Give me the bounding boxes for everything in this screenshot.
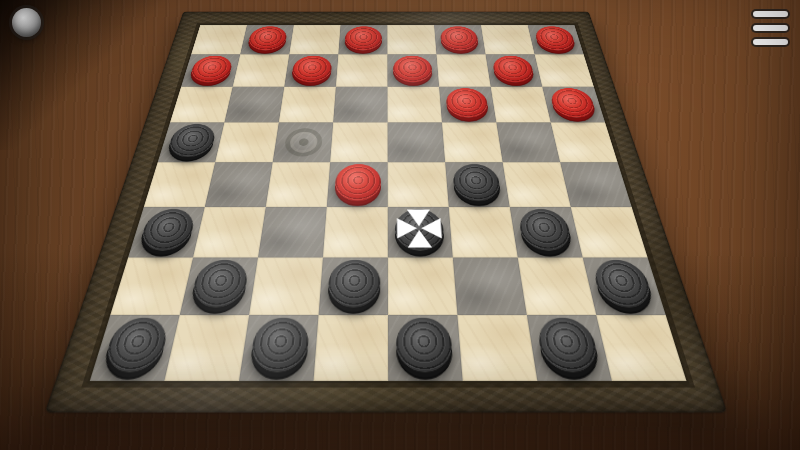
square-r2c7[interactable] (486, 54, 543, 86)
square-r3c2[interactable] (224, 87, 284, 123)
square-r3c3[interactable] (279, 87, 336, 123)
square-r2c5[interactable] (387, 54, 439, 86)
square-r8c6[interactable] (457, 315, 537, 381)
square-r1c3[interactable] (289, 25, 340, 54)
square-r7c2[interactable] (180, 257, 258, 314)
red-piece[interactable] (344, 26, 382, 50)
square-r6c1[interactable] (128, 207, 205, 257)
red-piece[interactable] (548, 88, 597, 118)
black-piece[interactable] (535, 317, 601, 371)
red-piece[interactable] (291, 55, 333, 82)
square-r1c2[interactable] (240, 25, 294, 54)
black-piece[interactable] (138, 209, 198, 251)
menu-bar-icon (751, 37, 790, 47)
square-r2c4[interactable] (336, 54, 388, 86)
square-r6c2[interactable] (193, 207, 266, 257)
square-r3c5[interactable] (387, 87, 441, 123)
square-r3c7[interactable] (491, 87, 551, 123)
square-r3c4[interactable] (333, 87, 387, 123)
board-grid (87, 24, 689, 383)
black-piece[interactable] (327, 259, 380, 306)
square-r4c5[interactable] (388, 122, 446, 162)
square-r5c4[interactable] (327, 162, 388, 207)
menu-button[interactable] (751, 9, 790, 47)
square-r5c2[interactable] (205, 162, 273, 207)
square-r4c6[interactable] (442, 122, 503, 162)
menu-bar-icon (751, 23, 790, 33)
black-piece[interactable] (591, 259, 656, 306)
square-r1c1[interactable] (191, 25, 247, 54)
black-piece[interactable] (101, 317, 171, 371)
square-r6c6[interactable] (449, 207, 518, 257)
square-r1c5[interactable] (387, 25, 436, 54)
square-r2c3[interactable] (284, 54, 338, 86)
square-r2c2[interactable] (233, 54, 290, 86)
square-r7c4[interactable] (319, 257, 388, 314)
red-piece[interactable] (491, 55, 535, 82)
red-piece[interactable] (393, 55, 433, 82)
square-r7c8[interactable] (583, 257, 666, 314)
square-r5c7[interactable] (503, 162, 571, 207)
square-r1c6[interactable] (434, 25, 485, 54)
ghost-piece-marker (283, 128, 323, 156)
square-r2c8[interactable] (535, 54, 594, 86)
red-piece[interactable] (440, 26, 480, 50)
square-r4c7[interactable] (496, 122, 560, 162)
black-piece[interactable] (166, 124, 218, 157)
square-r7c3[interactable] (249, 257, 323, 314)
square-r8c8[interactable] (596, 315, 686, 381)
red-piece[interactable] (247, 26, 289, 50)
square-r8c4[interactable] (314, 315, 389, 381)
square-r5c3[interactable] (266, 162, 330, 207)
square-r6c5[interactable] (388, 207, 453, 257)
square-r5c1[interactable] (144, 162, 215, 207)
square-r5c5[interactable] (388, 162, 449, 207)
square-r4c3[interactable] (273, 122, 334, 162)
square-r6c8[interactable] (571, 207, 648, 257)
square-r4c4[interactable] (330, 122, 388, 162)
red-piece[interactable] (445, 88, 489, 118)
square-r2c1[interactable] (181, 54, 240, 86)
red-piece[interactable] (188, 55, 234, 82)
square-r1c7[interactable] (481, 25, 535, 54)
black-piece[interactable] (396, 317, 454, 371)
square-r5c6[interactable] (445, 162, 510, 207)
square-r8c5[interactable] (388, 315, 463, 381)
square-r7c5[interactable] (388, 257, 458, 314)
square-r8c2[interactable] (164, 315, 249, 381)
square-r6c3[interactable] (258, 207, 327, 257)
square-r4c8[interactable] (551, 122, 618, 162)
square-r3c8[interactable] (542, 87, 605, 123)
square-r3c1[interactable] (170, 87, 233, 123)
black-piece[interactable] (452, 164, 502, 201)
square-r4c2[interactable] (215, 122, 279, 162)
square-r8c3[interactable] (239, 315, 319, 381)
menu-bar-icon (751, 9, 790, 19)
black-piece[interactable] (189, 259, 250, 306)
game-screen (0, 0, 800, 450)
square-r1c8[interactable] (528, 25, 584, 54)
square-r2c6[interactable] (436, 54, 490, 86)
red-piece[interactable] (533, 26, 577, 50)
square-r1c4[interactable] (338, 25, 387, 54)
square-r7c6[interactable] (453, 257, 527, 314)
red-piece[interactable] (334, 164, 381, 201)
square-r3c6[interactable] (439, 87, 496, 123)
black-piece[interactable] (517, 209, 574, 251)
square-r6c4[interactable] (323, 207, 388, 257)
black-piece[interactable] (395, 209, 445, 251)
metal-sphere-knob (12, 8, 41, 37)
square-r4c1[interactable] (158, 122, 225, 162)
black-piece[interactable] (249, 317, 311, 371)
square-r5c8[interactable] (560, 162, 632, 207)
